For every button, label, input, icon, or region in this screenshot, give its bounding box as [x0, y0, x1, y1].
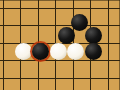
board-cell[interactable] [4, 9, 22, 27]
black-stone [85, 27, 102, 44]
board-cell[interactable] [91, 9, 109, 27]
board-cell[interactable] [21, 0, 39, 9]
black-stone [71, 14, 88, 31]
black-stone [58, 27, 75, 44]
board-cell[interactable] [39, 9, 57, 27]
board-cell[interactable] [39, 0, 57, 9]
board-cell[interactable] [91, 61, 109, 79]
board-edge-line-top [0, 0, 120, 1]
board-cell[interactable] [39, 26, 57, 44]
board-cell[interactable] [4, 26, 22, 44]
white-stone [50, 43, 67, 60]
board-cell[interactable] [91, 79, 109, 91]
go-board[interactable] [0, 0, 120, 90]
board-cell[interactable] [21, 61, 39, 79]
board-cell[interactable] [56, 79, 74, 91]
board-cell[interactable] [56, 0, 74, 9]
board-cell[interactable] [74, 0, 92, 9]
board-cell[interactable] [21, 79, 39, 91]
board-cell[interactable] [4, 0, 22, 9]
board-edge-line-right [119, 0, 120, 90]
board-cell[interactable] [39, 79, 57, 91]
board-cell[interactable] [56, 61, 74, 79]
white-stone [15, 43, 32, 60]
black-stone [85, 43, 102, 60]
white-stone [67, 43, 84, 60]
board-cell[interactable] [4, 79, 22, 91]
board-cell[interactable] [4, 61, 22, 79]
board-cell[interactable] [21, 9, 39, 27]
board-cell[interactable] [21, 26, 39, 44]
board-cell[interactable] [74, 61, 92, 79]
board-cell[interactable] [91, 0, 109, 9]
board-cell[interactable] [74, 79, 92, 91]
board-cell[interactable] [39, 61, 57, 79]
